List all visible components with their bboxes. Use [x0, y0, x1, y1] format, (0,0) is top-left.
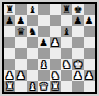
square-a5[interactable]: [4, 37, 15, 48]
square-e7[interactable]: [50, 15, 61, 26]
square-b8[interactable]: [15, 4, 26, 15]
square-h5[interactable]: [84, 37, 95, 48]
square-a8[interactable]: ♜: [4, 4, 15, 15]
square-g3[interactable]: ♚: [72, 59, 83, 70]
square-b1[interactable]: [15, 81, 26, 92]
square-h4[interactable]: [84, 48, 95, 59]
piece-white-pawn: ♟: [5, 70, 14, 80]
square-e8[interactable]: [50, 4, 61, 15]
square-g1[interactable]: [72, 81, 83, 92]
piece-black-bishop: ♝: [62, 26, 71, 36]
square-e4[interactable]: [50, 48, 61, 59]
square-f7[interactable]: [61, 15, 72, 26]
piece-black-rook: ♜: [5, 4, 14, 14]
chess-diagram: ♜♝♜♚♟♟♟♟♛♞♝♟♟♝♞♚♟♟♞♟♟♜♝♛♜: [0, 0, 99, 96]
piece-white-king: ♚: [73, 59, 82, 69]
square-a4[interactable]: [4, 48, 15, 59]
square-a3[interactable]: [4, 59, 15, 70]
square-d2[interactable]: [38, 70, 49, 81]
square-c1[interactable]: ♝: [27, 81, 38, 92]
square-b7[interactable]: ♟: [15, 15, 26, 26]
piece-black-knight: ♞: [28, 26, 37, 36]
square-d3[interactable]: ♝: [38, 59, 49, 70]
chess-board: ♜♝♜♚♟♟♟♟♛♞♝♟♟♝♞♚♟♟♞♟♟♜♝♛♜: [4, 4, 95, 92]
square-e5[interactable]: ♟: [50, 37, 61, 48]
piece-black-king: ♚: [73, 4, 82, 14]
piece-white-pawn: ♟: [51, 37, 60, 47]
square-b4[interactable]: [15, 48, 26, 59]
square-h2[interactable]: ♟: [84, 70, 95, 81]
piece-white-rook: ♜: [51, 81, 60, 91]
square-h1[interactable]: [84, 81, 95, 92]
square-h8[interactable]: [84, 4, 95, 15]
square-f4[interactable]: [61, 48, 72, 59]
square-e2[interactable]: ♞: [50, 70, 61, 81]
square-g2[interactable]: ♟: [72, 70, 83, 81]
piece-black-pawn: ♟: [39, 37, 48, 47]
square-d1[interactable]: ♛: [38, 81, 49, 92]
square-h7[interactable]: ♟: [84, 15, 95, 26]
square-a6[interactable]: [4, 26, 15, 37]
piece-black-queen: ♛: [17, 26, 26, 36]
piece-white-knight: ♞: [51, 70, 60, 80]
square-c6[interactable]: ♞: [27, 26, 38, 37]
square-b5[interactable]: [15, 37, 26, 48]
piece-white-knight: ♞: [62, 59, 71, 69]
square-g7[interactable]: ♟: [72, 15, 83, 26]
piece-white-queen: ♛: [39, 81, 48, 91]
square-d8[interactable]: [38, 4, 49, 15]
board-frame: ♜♝♜♚♟♟♟♟♛♞♝♟♟♝♞♚♟♟♞♟♟♜♝♛♜: [2, 2, 97, 94]
square-a1[interactable]: ♜: [4, 81, 15, 92]
square-g8[interactable]: ♚: [72, 4, 83, 15]
square-c4[interactable]: [27, 48, 38, 59]
square-e6[interactable]: [50, 26, 61, 37]
piece-white-bishop: ♝: [39, 59, 48, 69]
piece-black-pawn: ♟: [73, 15, 82, 25]
square-b3[interactable]: [15, 59, 26, 70]
square-b6[interactable]: ♛: [15, 26, 26, 37]
piece-black-rook: ♜: [62, 4, 71, 14]
piece-black-bishop: ♝: [28, 4, 37, 14]
square-d5[interactable]: ♟: [38, 37, 49, 48]
square-g4[interactable]: [72, 48, 83, 59]
piece-white-rook: ♜: [5, 81, 14, 91]
square-c7[interactable]: [27, 15, 38, 26]
piece-white-pawn: ♟: [73, 70, 82, 80]
square-c5[interactable]: [27, 37, 38, 48]
square-d7[interactable]: [38, 15, 49, 26]
square-b2[interactable]: ♟: [15, 70, 26, 81]
square-f6[interactable]: ♝: [61, 26, 72, 37]
square-d4[interactable]: [38, 48, 49, 59]
piece-white-bishop: ♝: [28, 81, 37, 91]
square-d6[interactable]: [38, 26, 49, 37]
square-f3[interactable]: ♞: [61, 59, 72, 70]
square-f2[interactable]: [61, 70, 72, 81]
square-f5[interactable]: [61, 37, 72, 48]
square-f8[interactable]: ♜: [61, 4, 72, 15]
square-c2[interactable]: [27, 70, 38, 81]
piece-white-pawn: ♟: [85, 70, 94, 80]
square-e1[interactable]: ♜: [50, 81, 61, 92]
square-f1[interactable]: [61, 81, 72, 92]
square-h6[interactable]: [84, 26, 95, 37]
square-g6[interactable]: [72, 26, 83, 37]
square-h3[interactable]: [84, 59, 95, 70]
piece-black-pawn: ♟: [17, 15, 26, 25]
piece-black-pawn: ♟: [5, 15, 14, 25]
square-a2[interactable]: ♟: [4, 70, 15, 81]
piece-black-pawn: ♟: [85, 15, 94, 25]
square-c8[interactable]: ♝: [27, 4, 38, 15]
square-c3[interactable]: [27, 59, 38, 70]
square-a7[interactable]: ♟: [4, 15, 15, 26]
square-e3[interactable]: [50, 59, 61, 70]
piece-white-pawn: ♟: [17, 70, 26, 80]
square-g5[interactable]: [72, 37, 83, 48]
